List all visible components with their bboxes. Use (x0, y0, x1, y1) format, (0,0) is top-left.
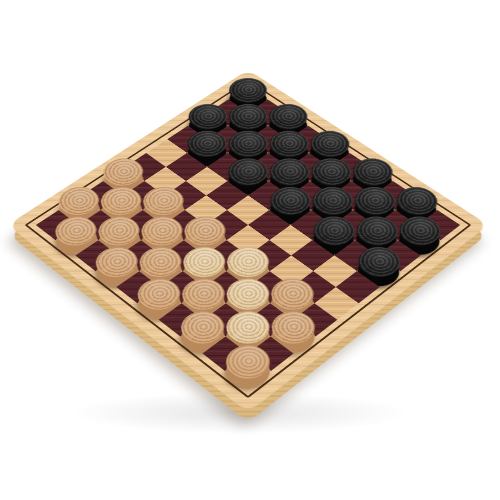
board-square-r10c10 (225, 354, 271, 389)
draughts-board (8, 70, 489, 413)
product-photo-canvas (0, 0, 500, 500)
board-square-r10c6 (137, 287, 181, 320)
board-square-r2c10 (398, 225, 441, 256)
board-grid (36, 87, 460, 389)
board-square-r8c10 (271, 320, 316, 354)
board-frame-line (25, 80, 472, 398)
board-square-r10c4 (96, 256, 140, 288)
